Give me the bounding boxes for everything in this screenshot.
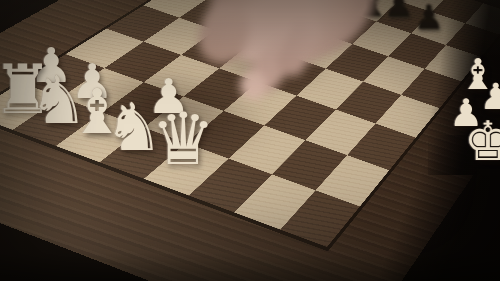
chess-photo-scene: ♜♞♝♞♛♟♟♟♝♟♟♝♟♟♚	[0, 0, 500, 281]
white-queen-d1[interactable]: ♛	[151, 104, 216, 176]
white-king-offboard[interactable]: ♚	[464, 115, 500, 169]
black-pawn-b7[interactable]: ♟	[413, 0, 443, 34]
black-pawn-c7[interactable]: ♟	[383, 0, 413, 21]
hand-shadow	[190, 38, 350, 96]
